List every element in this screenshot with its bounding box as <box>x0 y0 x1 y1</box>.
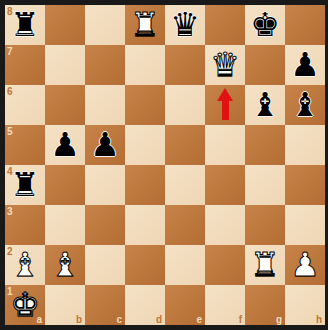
file-label-g: g <box>276 314 282 325</box>
piece-white-bishop-b2[interactable]: ♝ <box>45 245 85 285</box>
square-h6[interactable]: ♝ <box>285 85 325 125</box>
square-b7[interactable] <box>45 45 85 85</box>
square-g4[interactable] <box>245 165 285 205</box>
file-label-h: h <box>316 314 322 325</box>
square-h4[interactable] <box>285 165 325 205</box>
square-a2[interactable]: 2♝ <box>5 245 45 285</box>
square-d6[interactable] <box>125 85 165 125</box>
file-label-f: f <box>239 314 242 325</box>
piece-black-pawn-h7[interactable]: ♟ <box>285 45 325 85</box>
square-a6[interactable]: 6 <box>5 85 45 125</box>
piece-white-pawn-h2[interactable]: ♟ <box>285 245 325 285</box>
square-b6[interactable] <box>45 85 85 125</box>
piece-white-bishop-a2[interactable]: ♝ <box>5 245 45 285</box>
square-a1[interactable]: 1a♚ <box>5 285 45 325</box>
rank-label-3: 3 <box>7 206 13 217</box>
square-a8[interactable]: 8♜ <box>5 5 45 45</box>
square-d1[interactable]: d <box>125 285 165 325</box>
piece-black-bishop-g6[interactable]: ♝ <box>245 85 285 125</box>
square-e3[interactable] <box>165 205 205 245</box>
square-f6[interactable] <box>205 85 245 125</box>
piece-white-queen-f7[interactable]: ♛ <box>205 45 245 85</box>
square-b4[interactable] <box>45 165 85 205</box>
file-label-d: d <box>156 314 162 325</box>
square-a4[interactable]: 4♜ <box>5 165 45 205</box>
square-b5[interactable]: ♟ <box>45 125 85 165</box>
square-c7[interactable] <box>85 45 125 85</box>
square-d5[interactable] <box>125 125 165 165</box>
square-b8[interactable] <box>45 5 85 45</box>
square-b3[interactable] <box>45 205 85 245</box>
square-h1[interactable]: h <box>285 285 325 325</box>
square-g3[interactable] <box>245 205 285 245</box>
square-a3[interactable]: 3 <box>5 205 45 245</box>
piece-black-king-g8[interactable]: ♚ <box>245 5 285 45</box>
file-label-b: b <box>76 314 82 325</box>
square-c1[interactable]: c <box>85 285 125 325</box>
square-f7[interactable]: ♛ <box>205 45 245 85</box>
square-g2[interactable]: ♜ <box>245 245 285 285</box>
file-label-c: c <box>116 314 122 325</box>
square-h5[interactable] <box>285 125 325 165</box>
square-d7[interactable] <box>125 45 165 85</box>
piece-white-king-a1[interactable]: ♚ <box>5 285 45 325</box>
square-d4[interactable] <box>125 165 165 205</box>
square-b2[interactable]: ♝ <box>45 245 85 285</box>
file-label-e: e <box>196 314 202 325</box>
square-f3[interactable] <box>205 205 245 245</box>
square-h8[interactable] <box>285 5 325 45</box>
square-e5[interactable] <box>165 125 205 165</box>
square-e1[interactable]: e <box>165 285 205 325</box>
square-f4[interactable] <box>205 165 245 205</box>
square-e4[interactable] <box>165 165 205 205</box>
square-c5[interactable]: ♟ <box>85 125 125 165</box>
square-g7[interactable] <box>245 45 285 85</box>
square-a7[interactable]: 7 <box>5 45 45 85</box>
piece-black-rook-a4[interactable]: ♜ <box>5 165 45 205</box>
square-e6[interactable] <box>165 85 205 125</box>
square-c8[interactable] <box>85 5 125 45</box>
board-frame: 8♜♜♛♚7♛♟6♝♝5♟♟4♜32♝♝♜♟1a♚bcdefgh <box>0 0 328 330</box>
square-h2[interactable]: ♟ <box>285 245 325 285</box>
chess-board: 8♜♜♛♚7♛♟6♝♝5♟♟4♜32♝♝♜♟1a♚bcdefgh <box>5 5 325 325</box>
square-d8[interactable]: ♜ <box>125 5 165 45</box>
piece-black-pawn-b5[interactable]: ♟ <box>45 125 85 165</box>
square-f1[interactable]: f <box>205 285 245 325</box>
piece-black-bishop-h6[interactable]: ♝ <box>285 85 325 125</box>
piece-black-pawn-c5[interactable]: ♟ <box>85 125 125 165</box>
square-d3[interactable] <box>125 205 165 245</box>
square-e7[interactable] <box>165 45 205 85</box>
piece-white-rook-g2[interactable]: ♜ <box>245 245 285 285</box>
square-f5[interactable] <box>205 125 245 165</box>
rank-label-5: 5 <box>7 126 13 137</box>
square-e8[interactable]: ♛ <box>165 5 205 45</box>
rank-label-6: 6 <box>7 86 13 97</box>
square-f2[interactable] <box>205 245 245 285</box>
square-c2[interactable] <box>85 245 125 285</box>
square-a5[interactable]: 5 <box>5 125 45 165</box>
square-c6[interactable] <box>85 85 125 125</box>
piece-black-rook-a8[interactable]: ♜ <box>5 5 45 45</box>
square-g1[interactable]: g <box>245 285 285 325</box>
square-e2[interactable] <box>165 245 205 285</box>
square-h7[interactable]: ♟ <box>285 45 325 85</box>
rank-label-7: 7 <box>7 46 13 57</box>
square-g8[interactable]: ♚ <box>245 5 285 45</box>
move-arrow <box>216 88 234 120</box>
square-f8[interactable] <box>205 5 245 45</box>
square-c4[interactable] <box>85 165 125 205</box>
piece-white-rook-d8[interactable]: ♜ <box>125 5 165 45</box>
square-g6[interactable]: ♝ <box>245 85 285 125</box>
square-b1[interactable]: b <box>45 285 85 325</box>
square-g5[interactable] <box>245 125 285 165</box>
piece-black-queen-e8[interactable]: ♛ <box>165 5 205 45</box>
square-h3[interactable] <box>285 205 325 245</box>
square-c3[interactable] <box>85 205 125 245</box>
square-d2[interactable] <box>125 245 165 285</box>
